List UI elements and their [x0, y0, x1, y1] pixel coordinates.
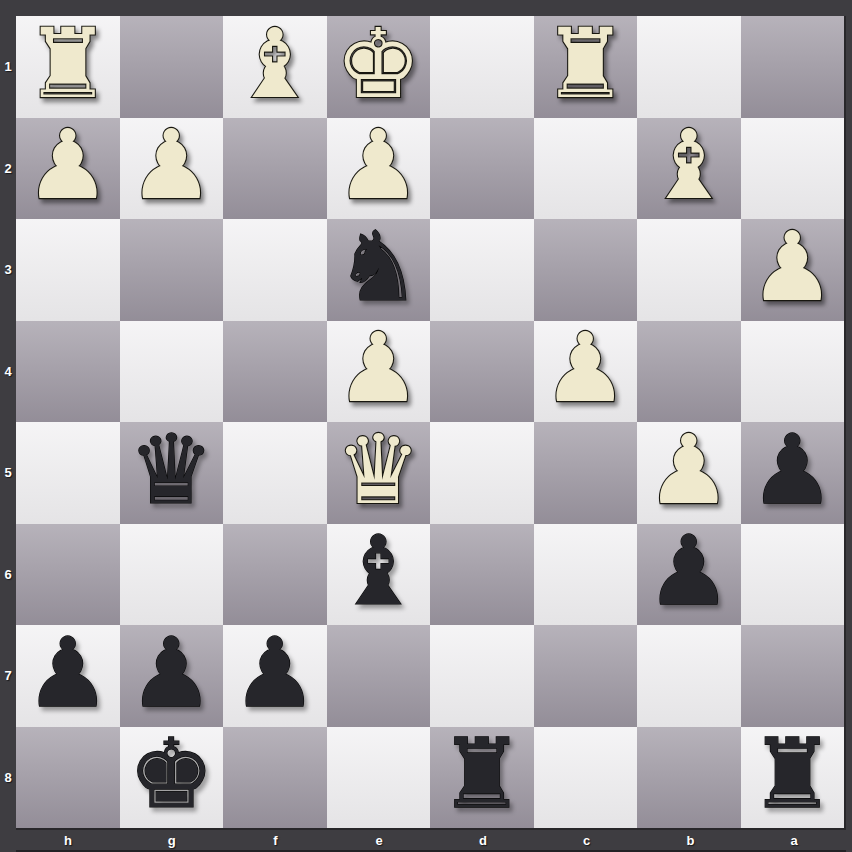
square-c6[interactable] [534, 524, 638, 626]
file-labels: hgfedcba [16, 830, 846, 852]
piece-white-pawn[interactable]: ♟ [335, 118, 421, 214]
square-h1[interactable]: ♜ [16, 16, 120, 118]
chess-board: ♜♝♚♜♟♟♟♝♞♟♟♟♛♛♟♟♝♟♟♟♟♚♜♜ [16, 16, 846, 830]
piece-white-bishop[interactable]: ♝ [232, 16, 318, 112]
piece-white-bishop[interactable]: ♝ [646, 118, 732, 214]
rank-label-5: 5 [0, 422, 16, 524]
piece-black-rook[interactable]: ♜ [749, 727, 835, 823]
square-c2[interactable] [534, 118, 638, 220]
square-a4[interactable] [741, 321, 845, 423]
piece-white-pawn[interactable]: ♟ [128, 118, 214, 214]
square-d3[interactable] [430, 219, 534, 321]
piece-black-king[interactable]: ♚ [128, 727, 214, 823]
chess-board-frame: 12345678 ♜♝♚♜♟♟♟♝♞♟♟♟♛♛♟♟♝♟♟♟♟♚♜♜ hgfedc… [0, 0, 852, 852]
file-label-d: d [431, 830, 535, 850]
square-h8[interactable] [16, 727, 120, 829]
piece-white-rook[interactable]: ♜ [542, 16, 628, 112]
square-f7[interactable]: ♟ [223, 625, 327, 727]
piece-black-pawn[interactable]: ♟ [128, 625, 214, 721]
square-d2[interactable] [430, 118, 534, 220]
file-label-g: g [120, 830, 224, 850]
rank-label-1: 1 [0, 16, 16, 118]
square-e4[interactable]: ♟ [327, 321, 431, 423]
square-b6[interactable]: ♟ [637, 524, 741, 626]
piece-white-pawn[interactable]: ♟ [749, 219, 835, 315]
square-b4[interactable] [637, 321, 741, 423]
square-b1[interactable] [637, 16, 741, 118]
square-h3[interactable] [16, 219, 120, 321]
piece-white-pawn[interactable]: ♟ [335, 321, 421, 417]
square-e5[interactable]: ♛ [327, 422, 431, 524]
square-a1[interactable] [741, 16, 845, 118]
square-h6[interactable] [16, 524, 120, 626]
rank-label-2: 2 [0, 118, 16, 220]
square-c7[interactable] [534, 625, 638, 727]
square-d7[interactable] [430, 625, 534, 727]
square-e8[interactable] [327, 727, 431, 829]
square-b2[interactable]: ♝ [637, 118, 741, 220]
square-f1[interactable]: ♝ [223, 16, 327, 118]
square-g7[interactable]: ♟ [120, 625, 224, 727]
square-h2[interactable]: ♟ [16, 118, 120, 220]
piece-white-pawn[interactable]: ♟ [646, 422, 732, 518]
square-g1[interactable] [120, 16, 224, 118]
piece-black-pawn[interactable]: ♟ [232, 625, 318, 721]
file-label-a: a [742, 830, 846, 850]
square-e1[interactable]: ♚ [327, 16, 431, 118]
square-b3[interactable] [637, 219, 741, 321]
square-b8[interactable] [637, 727, 741, 829]
square-a6[interactable] [741, 524, 845, 626]
rank-label-8: 8 [0, 727, 16, 829]
square-f2[interactable] [223, 118, 327, 220]
square-a8[interactable]: ♜ [741, 727, 845, 829]
square-b5[interactable]: ♟ [637, 422, 741, 524]
piece-white-pawn[interactable]: ♟ [25, 118, 111, 214]
piece-white-rook[interactable]: ♜ [25, 16, 111, 112]
file-label-h: h [16, 830, 120, 850]
piece-white-pawn[interactable]: ♟ [542, 321, 628, 417]
square-e6[interactable]: ♝ [327, 524, 431, 626]
rank-label-6: 6 [0, 524, 16, 626]
square-f5[interactable] [223, 422, 327, 524]
square-c5[interactable] [534, 422, 638, 524]
rank-label-7: 7 [0, 625, 16, 727]
square-e3[interactable]: ♞ [327, 219, 431, 321]
square-h7[interactable]: ♟ [16, 625, 120, 727]
square-d1[interactable] [430, 16, 534, 118]
square-f4[interactable] [223, 321, 327, 423]
square-d4[interactable] [430, 321, 534, 423]
square-g4[interactable] [120, 321, 224, 423]
square-b7[interactable] [637, 625, 741, 727]
file-label-c: c [535, 830, 639, 850]
square-a7[interactable] [741, 625, 845, 727]
square-c3[interactable] [534, 219, 638, 321]
square-c1[interactable]: ♜ [534, 16, 638, 118]
piece-white-king[interactable]: ♚ [335, 16, 421, 112]
square-d6[interactable] [430, 524, 534, 626]
piece-black-knight[interactable]: ♞ [335, 219, 421, 315]
square-e7[interactable] [327, 625, 431, 727]
square-g5[interactable]: ♛ [120, 422, 224, 524]
square-h5[interactable] [16, 422, 120, 524]
square-a2[interactable] [741, 118, 845, 220]
piece-black-pawn[interactable]: ♟ [25, 625, 111, 721]
piece-black-pawn[interactable]: ♟ [749, 422, 835, 518]
square-d8[interactable]: ♜ [430, 727, 534, 829]
piece-black-rook[interactable]: ♜ [439, 727, 525, 823]
square-g3[interactable] [120, 219, 224, 321]
rank-label-3: 3 [0, 219, 16, 321]
square-g2[interactable]: ♟ [120, 118, 224, 220]
piece-black-pawn[interactable]: ♟ [646, 524, 732, 620]
file-label-b: b [639, 830, 743, 850]
square-g6[interactable] [120, 524, 224, 626]
square-a5[interactable]: ♟ [741, 422, 845, 524]
square-f8[interactable] [223, 727, 327, 829]
piece-white-queen[interactable]: ♛ [335, 422, 421, 518]
file-label-f: f [224, 830, 328, 850]
square-h4[interactable] [16, 321, 120, 423]
square-f6[interactable] [223, 524, 327, 626]
square-a3[interactable]: ♟ [741, 219, 845, 321]
square-f3[interactable] [223, 219, 327, 321]
file-label-e: e [327, 830, 431, 850]
square-c4[interactable]: ♟ [534, 321, 638, 423]
square-c8[interactable] [534, 727, 638, 829]
square-d5[interactable] [430, 422, 534, 524]
piece-black-bishop[interactable]: ♝ [335, 524, 421, 620]
square-e2[interactable]: ♟ [327, 118, 431, 220]
rank-labels: 12345678 [0, 16, 16, 828]
square-g8[interactable]: ♚ [120, 727, 224, 829]
piece-black-queen[interactable]: ♛ [128, 422, 214, 518]
rank-label-4: 4 [0, 321, 16, 423]
